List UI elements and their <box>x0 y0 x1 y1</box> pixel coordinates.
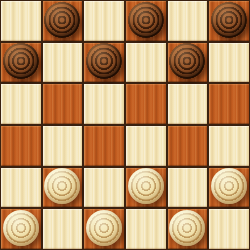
dark-piece[interactable] <box>128 2 164 38</box>
square-r0c3[interactable] <box>126 1 166 41</box>
square-r1c4[interactable] <box>168 43 208 83</box>
square-r5c1[interactable] <box>43 209 83 249</box>
light-piece[interactable] <box>169 210 205 246</box>
square-r4c1[interactable] <box>43 168 83 208</box>
light-piece[interactable] <box>86 210 122 246</box>
square-r1c1[interactable] <box>43 43 83 83</box>
square-r4c3[interactable] <box>126 168 166 208</box>
square-r3c3[interactable] <box>126 126 166 166</box>
square-r0c0[interactable] <box>1 1 41 41</box>
square-r5c4[interactable] <box>168 209 208 249</box>
light-piece[interactable] <box>44 168 80 204</box>
dark-piece[interactable] <box>3 43 39 79</box>
square-r4c2[interactable] <box>84 168 124 208</box>
square-r2c3[interactable] <box>126 84 166 124</box>
dark-piece[interactable] <box>86 43 122 79</box>
square-r2c5[interactable] <box>209 84 249 124</box>
light-piece[interactable] <box>128 168 164 204</box>
light-piece[interactable] <box>211 168 247 204</box>
square-r4c0[interactable] <box>1 168 41 208</box>
square-r1c2[interactable] <box>84 43 124 83</box>
dark-piece[interactable] <box>211 2 247 38</box>
square-r2c2[interactable] <box>84 84 124 124</box>
square-r5c2[interactable] <box>84 209 124 249</box>
square-r2c0[interactable] <box>1 84 41 124</box>
square-r1c5[interactable] <box>209 43 249 83</box>
square-r3c1[interactable] <box>43 126 83 166</box>
square-r4c5[interactable] <box>209 168 249 208</box>
square-r0c4[interactable] <box>168 1 208 41</box>
square-r3c5[interactable] <box>209 126 249 166</box>
square-r2c4[interactable] <box>168 84 208 124</box>
square-r2c1[interactable] <box>43 84 83 124</box>
square-r0c5[interactable] <box>209 1 249 41</box>
square-r5c5[interactable] <box>209 209 249 249</box>
square-r3c4[interactable] <box>168 126 208 166</box>
square-r5c3[interactable] <box>126 209 166 249</box>
square-r1c0[interactable] <box>1 43 41 83</box>
light-piece[interactable] <box>3 210 39 246</box>
square-r0c1[interactable] <box>43 1 83 41</box>
square-r5c0[interactable] <box>1 209 41 249</box>
dark-piece[interactable] <box>169 43 205 79</box>
square-r1c3[interactable] <box>126 43 166 83</box>
square-r0c2[interactable] <box>84 1 124 41</box>
square-r3c0[interactable] <box>1 126 41 166</box>
square-r3c2[interactable] <box>84 126 124 166</box>
checkers-board <box>0 0 250 250</box>
dark-piece[interactable] <box>44 2 80 38</box>
square-r4c4[interactable] <box>168 168 208 208</box>
